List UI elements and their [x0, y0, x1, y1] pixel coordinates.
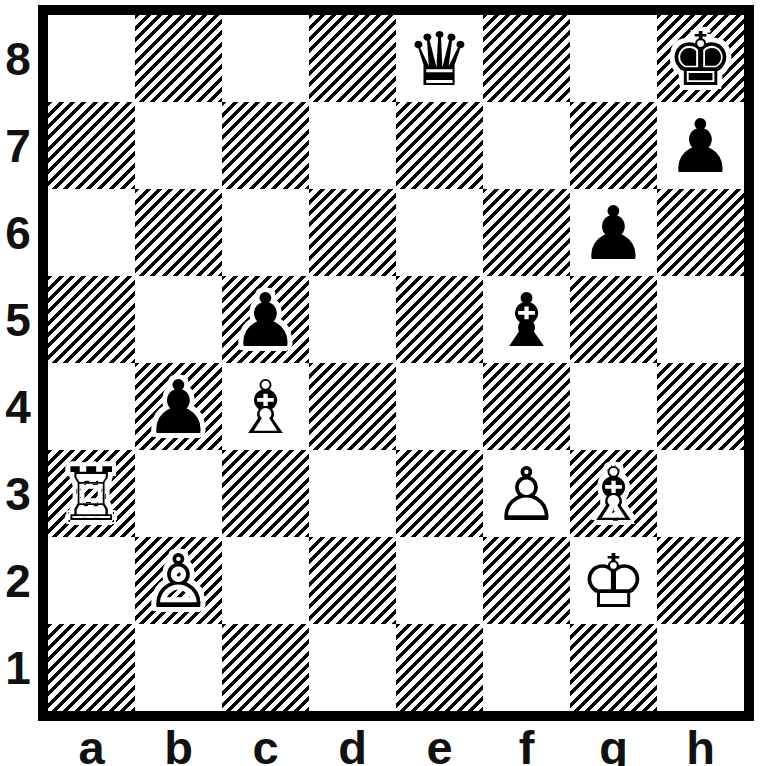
square-h1[interactable] [657, 624, 744, 711]
square-a1[interactable] [48, 624, 135, 711]
square-f4[interactable] [483, 363, 570, 450]
square-g3[interactable]: ♗ [570, 450, 657, 537]
white-rook-a3[interactable]: ♖ [48, 450, 135, 537]
square-d1[interactable] [309, 624, 396, 711]
rank-label-8: 8 [0, 15, 36, 102]
file-label-b: b [135, 720, 222, 766]
black-queen-e8[interactable]: ♛ [396, 15, 483, 102]
square-f8[interactable] [483, 15, 570, 102]
rank-labels: 87654321 [0, 15, 36, 711]
square-b2[interactable]: ♙ [135, 537, 222, 624]
square-h6[interactable] [657, 189, 744, 276]
square-h2[interactable] [657, 537, 744, 624]
white-pawn-f3[interactable]: ♙ [483, 450, 570, 537]
white-pawn-b2[interactable]: ♙ [135, 537, 222, 624]
square-a4[interactable] [48, 363, 135, 450]
square-e5[interactable] [396, 276, 483, 363]
square-c6[interactable] [222, 189, 309, 276]
square-d5[interactable] [309, 276, 396, 363]
square-a2[interactable] [48, 537, 135, 624]
square-f5[interactable]: ♝ [483, 276, 570, 363]
square-a8[interactable] [48, 15, 135, 102]
square-a7[interactable] [48, 102, 135, 189]
file-label-f: f [483, 720, 570, 766]
square-g7[interactable] [570, 102, 657, 189]
rank-label-5: 5 [0, 276, 36, 363]
square-e6[interactable] [396, 189, 483, 276]
square-g6[interactable]: ♟ [570, 189, 657, 276]
square-e4[interactable] [396, 363, 483, 450]
square-c4[interactable]: ♗ [222, 363, 309, 450]
square-a6[interactable] [48, 189, 135, 276]
black-bishop-f5[interactable]: ♝ [483, 276, 570, 363]
black-pawn-c5[interactable]: ♟ [222, 276, 309, 363]
square-c2[interactable] [222, 537, 309, 624]
square-g8[interactable] [570, 15, 657, 102]
square-g1[interactable] [570, 624, 657, 711]
square-a3[interactable]: ♖ [48, 450, 135, 537]
square-e8[interactable]: ♛ [396, 15, 483, 102]
square-h7[interactable]: ♟ [657, 102, 744, 189]
rank-label-6: 6 [0, 189, 36, 276]
file-label-c: c [222, 720, 309, 766]
square-e1[interactable] [396, 624, 483, 711]
square-g2[interactable]: ♔ [570, 537, 657, 624]
rank-label-4: 4 [0, 363, 36, 450]
square-b6[interactable] [135, 189, 222, 276]
file-label-a: a [48, 720, 135, 766]
square-b7[interactable] [135, 102, 222, 189]
square-d8[interactable] [309, 15, 396, 102]
black-pawn-g6[interactable]: ♟ [570, 189, 657, 276]
square-d7[interactable] [309, 102, 396, 189]
square-h3[interactable] [657, 450, 744, 537]
square-g5[interactable] [570, 276, 657, 363]
square-c7[interactable] [222, 102, 309, 189]
square-d3[interactable] [309, 450, 396, 537]
black-pawn-h7[interactable]: ♟ [657, 102, 744, 189]
square-a5[interactable] [48, 276, 135, 363]
square-b8[interactable] [135, 15, 222, 102]
white-bishop-g3[interactable]: ♗ [570, 450, 657, 537]
square-c3[interactable] [222, 450, 309, 537]
black-king-h8[interactable]: ♚ [657, 15, 744, 102]
board: ♛♚♟♟♟♝♟♗♖♙♗♙♔ [38, 5, 754, 721]
square-d2[interactable] [309, 537, 396, 624]
square-f6[interactable] [483, 189, 570, 276]
rank-label-7: 7 [0, 102, 36, 189]
square-b5[interactable] [135, 276, 222, 363]
rank-label-3: 3 [0, 450, 36, 537]
square-h8[interactable]: ♚ [657, 15, 744, 102]
file-labels: abcdefgh [48, 720, 744, 766]
square-f3[interactable]: ♙ [483, 450, 570, 537]
black-pawn-b4[interactable]: ♟ [135, 363, 222, 450]
white-bishop-c4[interactable]: ♗ [222, 363, 309, 450]
file-label-g: g [570, 720, 657, 766]
square-f1[interactable] [483, 624, 570, 711]
square-c1[interactable] [222, 624, 309, 711]
rank-label-1: 1 [0, 624, 36, 711]
square-b4[interactable]: ♟ [135, 363, 222, 450]
file-label-d: d [309, 720, 396, 766]
square-f2[interactable] [483, 537, 570, 624]
square-b3[interactable] [135, 450, 222, 537]
square-f7[interactable] [483, 102, 570, 189]
square-h4[interactable] [657, 363, 744, 450]
chess-diagram: 87654321 ♛♚♟♟♟♝♟♗♖♙♗♙♔ abcdefgh [0, 0, 763, 766]
file-label-h: h [657, 720, 744, 766]
square-h5[interactable] [657, 276, 744, 363]
square-d6[interactable] [309, 189, 396, 276]
file-label-e: e [396, 720, 483, 766]
square-d4[interactable] [309, 363, 396, 450]
square-b1[interactable] [135, 624, 222, 711]
rank-label-2: 2 [0, 537, 36, 624]
square-e3[interactable] [396, 450, 483, 537]
square-c5[interactable]: ♟ [222, 276, 309, 363]
square-e7[interactable] [396, 102, 483, 189]
square-c8[interactable] [222, 15, 309, 102]
square-g4[interactable] [570, 363, 657, 450]
square-e2[interactable] [396, 537, 483, 624]
white-king-g2[interactable]: ♔ [570, 537, 657, 624]
